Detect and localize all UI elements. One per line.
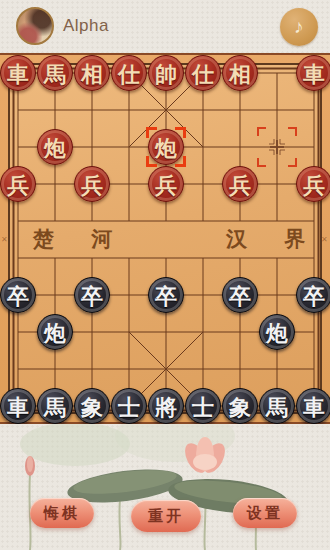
piece-red-炮[interactable]: 炮 (148, 129, 184, 165)
piece-red-兵[interactable]: 兵 (74, 166, 110, 202)
piece-red-馬[interactable]: 馬 (37, 55, 73, 91)
piece-black-象[interactable]: 象 (222, 388, 258, 424)
music-button[interactable]: ♪ (280, 8, 318, 46)
piece-black-卒[interactable]: 卒 (0, 277, 36, 313)
piece-red-車[interactable]: 車 (296, 55, 330, 91)
piece-red-兵[interactable]: 兵 (296, 166, 330, 202)
piece-black-車[interactable]: 車 (296, 388, 330, 424)
piece-black-卒[interactable]: 卒 (296, 277, 330, 313)
music-note-icon: ♪ (294, 16, 304, 37)
piece-black-將[interactable]: 將 (148, 388, 184, 424)
piece-red-相[interactable]: 相 (74, 55, 110, 91)
piece-black-卒[interactable]: 卒 (74, 277, 110, 313)
undo-button[interactable]: 悔棋 (30, 498, 94, 528)
lotus-bud (25, 456, 35, 476)
piece-red-車[interactable]: 車 (0, 55, 36, 91)
app-screen: Alpha ♪ 楚 河 汉 界 ✕ ✕ 車馬相仕帥仕相車炮炮兵兵兵兵兵 (0, 0, 330, 550)
piece-red-兵[interactable]: 兵 (0, 166, 36, 202)
pieces-layer[interactable]: 車馬相仕帥仕相車炮炮兵兵兵兵兵卒卒卒卒卒炮炮車馬象士將士象馬車 (0, 55, 330, 426)
piece-black-炮[interactable]: 炮 (259, 314, 295, 350)
piece-black-車[interactable]: 車 (0, 388, 36, 424)
restart-button[interactable]: 重开 (131, 500, 201, 532)
piece-red-炮[interactable]: 炮 (37, 129, 73, 165)
piece-red-仕[interactable]: 仕 (185, 55, 221, 91)
piece-red-仕[interactable]: 仕 (111, 55, 147, 91)
settings-button[interactable]: 设置 (233, 498, 297, 528)
bottom-panel: 玩家 悔棋 重开 设置 (0, 424, 330, 550)
piece-black-馬[interactable]: 馬 (259, 388, 295, 424)
opponent-name: Alpha (63, 16, 109, 36)
alpha-avatar[interactable] (16, 7, 54, 45)
piece-black-卒[interactable]: 卒 (148, 277, 184, 313)
last-move-from-marker (257, 127, 297, 167)
piece-black-士[interactable]: 士 (185, 388, 221, 424)
piece-black-馬[interactable]: 馬 (37, 388, 73, 424)
xiangqi-board[interactable]: 楚 河 汉 界 ✕ ✕ 車馬相仕帥仕相車炮炮兵兵兵兵兵卒卒卒卒卒炮炮車馬象士將士… (0, 53, 330, 424)
piece-red-帥[interactable]: 帥 (148, 55, 184, 91)
piece-red-兵[interactable]: 兵 (222, 166, 258, 202)
piece-red-兵[interactable]: 兵 (148, 166, 184, 202)
piece-red-相[interactable]: 相 (222, 55, 258, 91)
piece-black-士[interactable]: 士 (111, 388, 147, 424)
piece-black-象[interactable]: 象 (74, 388, 110, 424)
top-bar: Alpha ♪ (0, 0, 330, 53)
piece-black-卒[interactable]: 卒 (222, 277, 258, 313)
piece-black-炮[interactable]: 炮 (37, 314, 73, 350)
